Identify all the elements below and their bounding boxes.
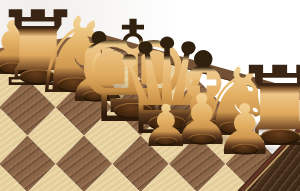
pieces-layer: ♟♜♞♝♟♚♛♝♞♜♟♟♟	[0, 0, 300, 191]
chess-set-product-photo: ♟♜♞♝♟♚♛♝♞♜♟♟♟	[0, 0, 300, 191]
pawn-glyph: ♟	[140, 97, 192, 155]
burnt-carved-base	[232, 144, 259, 155]
pawn-glyph: ♟	[214, 95, 277, 165]
